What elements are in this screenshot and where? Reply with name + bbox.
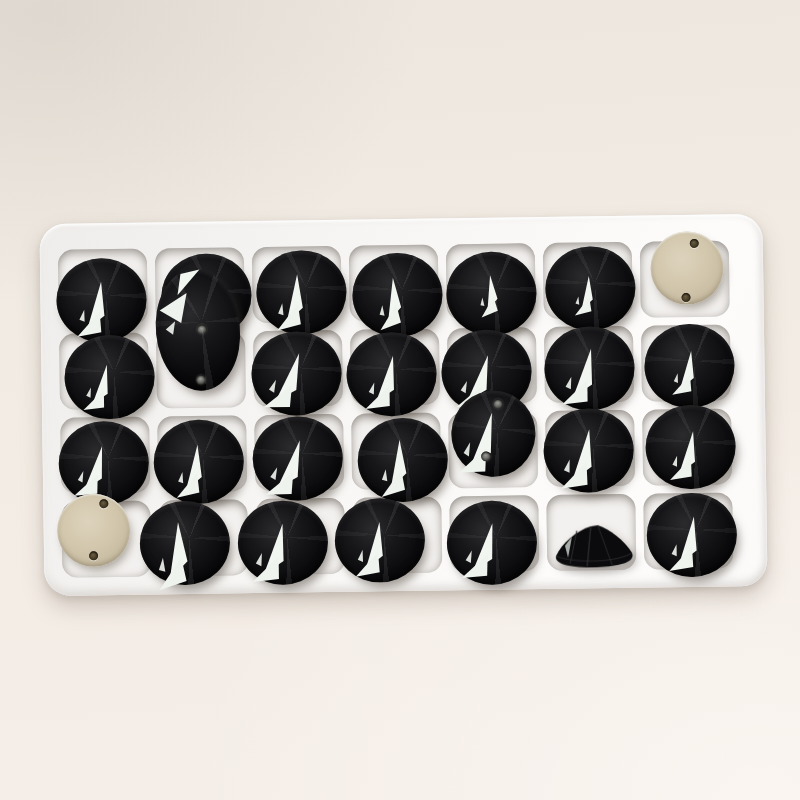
compartment-r2c4 bbox=[350, 328, 440, 405]
rivoli-stone-tilted bbox=[449, 388, 538, 479]
highlight-reflection bbox=[449, 247, 534, 330]
compartment-r2c7 bbox=[641, 324, 731, 401]
compartment-r3c6 bbox=[545, 410, 635, 487]
sew-hole bbox=[196, 324, 207, 335]
rivoli-stone-tilted bbox=[149, 265, 245, 395]
rivoli-stone-flipped-foil-back bbox=[650, 231, 724, 305]
sew-hole bbox=[195, 374, 206, 385]
sew-hole bbox=[89, 551, 98, 560]
highlight-reflection bbox=[528, 394, 645, 506]
rivoli-stone-black bbox=[543, 408, 634, 493]
rivoli-stone-black bbox=[351, 252, 442, 337]
storage-tray bbox=[39, 214, 767, 596]
rivoli-stone-black bbox=[63, 334, 154, 419]
rivoli-stone-black bbox=[252, 416, 343, 501]
highlight-reflection bbox=[549, 251, 628, 327]
rivoli-stone-black bbox=[646, 492, 737, 577]
compartment-r1c3 bbox=[252, 246, 342, 323]
highlight-reflection bbox=[60, 338, 149, 422]
rivoli-stone-black bbox=[446, 500, 537, 585]
highlight-reflection bbox=[433, 379, 541, 489]
rivoli-stone-black bbox=[445, 251, 536, 336]
rivoli-stone-black bbox=[334, 498, 425, 583]
sew-hole bbox=[480, 451, 491, 462]
sew-hole bbox=[492, 399, 503, 410]
highlight-reflection bbox=[643, 402, 739, 494]
compartment-r1c4 bbox=[349, 245, 439, 322]
highlight-reflection bbox=[222, 489, 337, 598]
compartment-r3c3 bbox=[254, 414, 344, 491]
rivoli-stone-black bbox=[237, 500, 328, 585]
tray-grid bbox=[39, 214, 767, 578]
rivoli-stone-flipped-foil-back bbox=[56, 493, 130, 567]
compartment-r1c7 bbox=[640, 240, 730, 317]
rivoli-stone-black bbox=[139, 500, 230, 585]
sew-hole bbox=[682, 293, 691, 302]
rivoli-stone-black bbox=[645, 404, 736, 489]
highlight-reflection bbox=[241, 324, 345, 423]
compartment-r3c5 bbox=[448, 411, 538, 488]
compartment-r1c5 bbox=[446, 243, 536, 320]
highlight-reflection bbox=[149, 265, 245, 395]
compartment-r4c4 bbox=[352, 496, 442, 573]
compartment-r4c5 bbox=[449, 495, 539, 572]
rivoli-stone-side-view bbox=[551, 521, 640, 570]
rivoli-stone-black bbox=[55, 258, 146, 343]
sew-hole bbox=[690, 239, 699, 248]
rivoli-stone-black bbox=[255, 250, 346, 335]
compartment-r2c2 bbox=[156, 331, 246, 408]
highlight-reflection bbox=[646, 324, 733, 407]
compartment-r3c4 bbox=[351, 412, 441, 489]
sew-hole bbox=[99, 499, 108, 508]
compartment-r3c7 bbox=[642, 408, 732, 485]
compartment-r1c1 bbox=[58, 249, 148, 326]
highlight-reflection bbox=[638, 484, 745, 587]
rivoli-stone-black bbox=[643, 323, 734, 408]
compartment-r4c6 bbox=[546, 494, 636, 571]
compartment-r2c6 bbox=[544, 326, 634, 403]
rivoli-stone-black bbox=[58, 421, 149, 506]
photo-scene bbox=[0, 0, 800, 800]
compartment-r2c3 bbox=[253, 330, 343, 407]
compartment-r1c6 bbox=[543, 242, 633, 319]
compartment-r4c7 bbox=[643, 492, 733, 569]
highlight-reflection bbox=[435, 492, 542, 594]
compartment-r3c1 bbox=[60, 417, 150, 494]
rivoli-cone-profile bbox=[551, 521, 640, 570]
rivoli-stone-black bbox=[250, 331, 341, 416]
